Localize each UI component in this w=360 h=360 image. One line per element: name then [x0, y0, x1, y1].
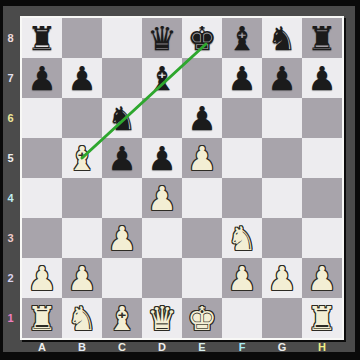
square-e4[interactable]	[182, 178, 222, 218]
square-a6[interactable]	[22, 98, 62, 138]
file-label-f: F	[222, 342, 262, 353]
square-h1[interactable]: ♜	[302, 298, 342, 338]
rank-label-7: 7	[3, 58, 18, 98]
square-c7[interactable]	[102, 58, 142, 98]
square-f6[interactable]	[222, 98, 262, 138]
rank-label-6: 6	[3, 98, 18, 138]
square-b7[interactable]: ♟	[62, 58, 102, 98]
square-b3[interactable]	[62, 218, 102, 258]
white-knight[interactable]: ♞	[222, 218, 262, 258]
square-c5[interactable]: ♟	[102, 138, 142, 178]
square-c8[interactable]	[102, 18, 142, 58]
black-pawn[interactable]: ♟	[262, 58, 302, 98]
square-h3[interactable]	[302, 218, 342, 258]
white-pawn[interactable]: ♟	[142, 178, 182, 218]
file-label-c: C	[102, 342, 142, 353]
black-rook[interactable]: ♜	[22, 18, 62, 58]
black-pawn[interactable]: ♟	[62, 58, 102, 98]
file-label-g: G	[262, 342, 302, 353]
black-bishop[interactable]: ♝	[142, 58, 182, 98]
square-h2[interactable]: ♟	[302, 258, 342, 298]
square-b1[interactable]: ♞	[62, 298, 102, 338]
rank-label-2: 2	[3, 258, 18, 298]
square-g4[interactable]	[262, 178, 302, 218]
square-e6[interactable]: ♟	[182, 98, 222, 138]
rank-label-3: 3	[3, 218, 18, 258]
square-g5[interactable]	[262, 138, 302, 178]
square-b6[interactable]	[62, 98, 102, 138]
file-coordinate-labels: ABCDEFGH	[22, 342, 342, 353]
square-f1[interactable]	[222, 298, 262, 338]
rank-label-1: 1	[3, 298, 18, 338]
square-e7[interactable]	[182, 58, 222, 98]
chess-board: ♜♛♚♝♞♜♟♟♝♟♟♟♞♟♝♟♟♟♟♟♞♟♟♟♟♟♜♞♝♛♚♜	[20, 16, 344, 340]
square-b4[interactable]	[62, 178, 102, 218]
white-pawn[interactable]: ♟	[102, 218, 142, 258]
white-knight[interactable]: ♞	[62, 298, 102, 338]
white-king[interactable]: ♚	[182, 298, 222, 338]
square-c4[interactable]	[102, 178, 142, 218]
white-bishop[interactable]: ♝	[62, 138, 102, 178]
square-d4[interactable]: ♟	[142, 178, 182, 218]
square-a5[interactable]	[22, 138, 62, 178]
square-g7[interactable]: ♟	[262, 58, 302, 98]
black-pawn[interactable]: ♟	[182, 98, 222, 138]
square-f2[interactable]: ♟	[222, 258, 262, 298]
file-label-d: D	[142, 342, 182, 353]
black-pawn[interactable]: ♟	[142, 138, 182, 178]
square-c6[interactable]: ♞	[102, 98, 142, 138]
square-d3[interactable]	[142, 218, 182, 258]
square-e8[interactable]: ♚	[182, 18, 222, 58]
rank-label-8: 8	[3, 18, 18, 58]
black-pawn[interactable]: ♟	[302, 58, 342, 98]
square-f3[interactable]: ♞	[222, 218, 262, 258]
square-c3[interactable]: ♟	[102, 218, 142, 258]
rank-coordinate-labels: 87654321	[3, 18, 18, 338]
square-g6[interactable]	[262, 98, 302, 138]
square-g1[interactable]	[262, 298, 302, 338]
square-g8[interactable]: ♞	[262, 18, 302, 58]
square-d6[interactable]	[142, 98, 182, 138]
square-b8[interactable]	[62, 18, 102, 58]
black-pawn[interactable]: ♟	[22, 58, 62, 98]
white-pawn[interactable]: ♟	[62, 258, 102, 298]
file-label-a: A	[22, 342, 62, 353]
square-f7[interactable]: ♟	[222, 58, 262, 98]
chess-app-window: 87654321 ♜♛♚♝♞♜♟♟♝♟♟♟♞♟♝♟♟♟♟♟♞♟♟♟♟♟♜♞♝♛♚…	[0, 0, 360, 360]
square-d8[interactable]: ♛	[142, 18, 182, 58]
square-h7[interactable]: ♟	[302, 58, 342, 98]
square-d2[interactable]	[142, 258, 182, 298]
black-knight[interactable]: ♞	[262, 18, 302, 58]
white-pawn[interactable]: ♟	[22, 258, 62, 298]
square-a1[interactable]: ♜	[22, 298, 62, 338]
square-a8[interactable]: ♜	[22, 18, 62, 58]
white-pawn[interactable]: ♟	[302, 258, 342, 298]
square-a7[interactable]: ♟	[22, 58, 62, 98]
file-label-e: E	[182, 342, 222, 353]
square-a2[interactable]: ♟	[22, 258, 62, 298]
black-bishop[interactable]: ♝	[222, 18, 262, 58]
square-e5[interactable]: ♟	[182, 138, 222, 178]
square-b2[interactable]: ♟	[62, 258, 102, 298]
file-label-b: B	[62, 342, 102, 353]
square-e1[interactable]: ♚	[182, 298, 222, 338]
square-c1[interactable]: ♝	[102, 298, 142, 338]
white-pawn[interactable]: ♟	[262, 258, 302, 298]
black-knight[interactable]: ♞	[102, 98, 142, 138]
white-rook[interactable]: ♜	[22, 298, 62, 338]
black-pawn[interactable]: ♟	[222, 58, 262, 98]
black-rook[interactable]: ♜	[302, 18, 342, 58]
square-h8[interactable]: ♜	[302, 18, 342, 58]
square-d7[interactable]: ♝	[142, 58, 182, 98]
black-king[interactable]: ♚	[182, 18, 222, 58]
square-b5[interactable]: ♝	[62, 138, 102, 178]
white-pawn[interactable]: ♟	[222, 258, 262, 298]
board-margin: 87654321 ♜♛♚♝♞♜♟♟♝♟♟♟♞♟♝♟♟♟♟♟♞♟♟♟♟♟♜♞♝♛♚…	[3, 6, 355, 352]
black-pawn[interactable]: ♟	[102, 138, 142, 178]
white-queen[interactable]: ♛	[142, 298, 182, 338]
board-grid: ♜♛♚♝♞♜♟♟♝♟♟♟♞♟♝♟♟♟♟♟♞♟♟♟♟♟♜♞♝♛♚♜	[22, 18, 342, 338]
white-pawn[interactable]: ♟	[182, 138, 222, 178]
square-h6[interactable]	[302, 98, 342, 138]
square-e3[interactable]	[182, 218, 222, 258]
black-queen[interactable]: ♛	[142, 18, 182, 58]
white-rook[interactable]: ♜	[302, 298, 342, 338]
file-label-h: H	[302, 342, 342, 353]
square-d1[interactable]: ♛	[142, 298, 182, 338]
square-g2[interactable]: ♟	[262, 258, 302, 298]
square-e2[interactable]	[182, 258, 222, 298]
rank-label-5: 5	[3, 138, 18, 178]
square-f4[interactable]	[222, 178, 262, 218]
square-h4[interactable]	[302, 178, 342, 218]
square-d5[interactable]: ♟	[142, 138, 182, 178]
square-a4[interactable]	[22, 178, 62, 218]
rank-label-4: 4	[3, 178, 18, 218]
white-bishop[interactable]: ♝	[102, 298, 142, 338]
square-f8[interactable]: ♝	[222, 18, 262, 58]
square-g3[interactable]	[262, 218, 302, 258]
square-h5[interactable]	[302, 138, 342, 178]
square-c2[interactable]	[102, 258, 142, 298]
square-a3[interactable]	[22, 218, 62, 258]
square-f5[interactable]	[222, 138, 262, 178]
